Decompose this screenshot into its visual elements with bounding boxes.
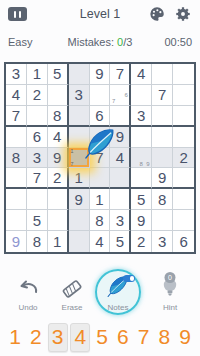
numpad-6[interactable]: 6 — [114, 324, 132, 351]
pencil-notes: 67 — [110, 85, 129, 105]
cell-r2c5[interactable] — [90, 85, 111, 106]
cell-r8c4[interactable] — [69, 210, 90, 231]
cell-r5c4[interactable]: 17 — [69, 148, 90, 169]
undo-icon — [15, 274, 41, 300]
numpad-5[interactable]: 5 — [93, 324, 111, 351]
cell-r5c6[interactable]: 4 — [110, 148, 131, 169]
numpad-9[interactable]: 9 — [176, 324, 194, 351]
cell-r5c7[interactable]: 89 — [131, 148, 152, 169]
cell-r7c1[interactable] — [6, 189, 27, 210]
cell-r6c4[interactable]: 1 — [69, 168, 90, 189]
notes-toggle-indicator — [123, 275, 135, 282]
cell-r6c8[interactable]: 9 — [152, 168, 173, 189]
cell-r4c6[interactable]: 9 — [110, 127, 131, 148]
cell-r7c2[interactable] — [27, 189, 48, 210]
status-row: Easy Mistakes: 0/3 00:50 — [0, 36, 200, 50]
cell-r2c8[interactable]: 7 — [152, 85, 173, 106]
cell-r2c6[interactable]: 67 — [110, 85, 131, 106]
cell-r2c4[interactable]: 3 — [69, 85, 90, 106]
cell-r2c3[interactable] — [48, 85, 69, 106]
cell-r3c4[interactable] — [69, 106, 90, 127]
cell-r5c9[interactable]: 2 — [173, 148, 194, 169]
cell-r7c6[interactable] — [110, 189, 131, 210]
cell-r6c7[interactable] — [131, 168, 152, 189]
pencil-notes: 89 — [131, 148, 151, 168]
pencil-notes: 17 — [69, 148, 89, 168]
numpad-1[interactable]: 1 — [6, 324, 24, 351]
cell-r9c4[interactable] — [69, 231, 90, 252]
cell-r8c6[interactable]: 3 — [110, 210, 131, 231]
cell-r9c5[interactable]: 4 — [90, 231, 111, 252]
numpad-4[interactable]: 4 — [70, 323, 90, 352]
cell-r9c6[interactable]: 5 — [110, 231, 131, 252]
cell-r8c8[interactable] — [152, 210, 173, 231]
header: Level 1 — [0, 4, 200, 28]
sudoku-board: 3159744236777863649839177489272199158583… — [4, 62, 196, 254]
erase-button[interactable]: Erase — [50, 272, 94, 312]
cell-r1c8[interactable] — [152, 64, 173, 85]
cell-r1c7[interactable]: 4 — [131, 64, 152, 85]
cell-r1c4[interactable] — [69, 64, 90, 85]
hint-button[interactable]: 0 Hint — [148, 272, 192, 312]
cell-r8c1[interactable] — [6, 210, 27, 231]
cell-r6c3[interactable]: 2 — [48, 168, 69, 189]
notes-button[interactable]: Notes — [96, 272, 140, 312]
page-title: Level 1 — [0, 7, 200, 21]
cell-r2c1[interactable]: 4 — [6, 85, 27, 106]
cell-r3c2[interactable] — [27, 106, 48, 127]
cell-r7c5[interactable]: 1 — [90, 189, 111, 210]
erase-label: Erase — [50, 303, 94, 312]
cell-r3c5[interactable]: 6 — [90, 106, 111, 127]
numpad-8[interactable]: 8 — [155, 324, 173, 351]
cell-r5c2[interactable]: 3 — [27, 148, 48, 169]
cell-r5c5[interactable]: 7 — [90, 148, 111, 169]
cell-r3c7[interactable]: 3 — [131, 106, 152, 127]
cell-r9c1[interactable]: 9 — [6, 231, 27, 252]
cell-r6c1[interactable] — [6, 168, 27, 189]
cell-r4c4[interactable] — [69, 127, 90, 148]
cell-r5c8[interactable] — [152, 148, 173, 169]
cell-r8c7[interactable]: 9 — [131, 210, 152, 231]
cell-r7c4[interactable]: 9 — [69, 189, 90, 210]
cell-r9c7[interactable]: 2 — [131, 231, 152, 252]
cell-r4c8[interactable] — [152, 127, 173, 148]
cell-r1c3[interactable]: 5 — [48, 64, 69, 85]
cell-r1c9[interactable] — [173, 64, 194, 85]
cell-r4c9[interactable] — [173, 127, 194, 148]
cell-r4c7[interactable] — [131, 127, 152, 148]
cell-r7c9[interactable] — [173, 189, 194, 210]
gear-icon[interactable] — [174, 5, 192, 23]
cell-r1c5[interactable]: 9 — [90, 64, 111, 85]
cell-r1c1[interactable]: 3 — [6, 64, 27, 85]
cell-r3c1[interactable]: 7 — [6, 106, 27, 127]
cell-r6c9[interactable] — [173, 168, 194, 189]
cell-r4c3[interactable]: 4 — [48, 127, 69, 148]
cell-r3c8[interactable] — [152, 106, 173, 127]
toolbar: Undo Erase Notes — [0, 272, 200, 320]
feather-icon — [105, 274, 131, 300]
cell-r7c8[interactable]: 8 — [152, 189, 173, 210]
cell-r8c3[interactable] — [48, 210, 69, 231]
timer: 00:50 — [164, 36, 192, 48]
eraser-icon — [59, 274, 85, 300]
undo-label: Undo — [6, 303, 50, 312]
cell-r7c3[interactable] — [48, 189, 69, 210]
hint-label: Hint — [148, 303, 192, 312]
cell-r1c2[interactable]: 1 — [27, 64, 48, 85]
cell-r2c9[interactable] — [173, 85, 194, 106]
cell-r8c9[interactable] — [173, 210, 194, 231]
cell-r1c6[interactable]: 7 — [110, 64, 131, 85]
cell-r4c2[interactable]: 6 — [27, 127, 48, 148]
number-pad: 123456789 — [0, 322, 200, 352]
numpad-2[interactable]: 2 — [27, 324, 45, 351]
numpad-7[interactable]: 7 — [135, 324, 153, 351]
cell-r6c6[interactable] — [110, 168, 131, 189]
hint-count-badge: 0 — [165, 272, 176, 283]
cell-r4c1[interactable] — [6, 127, 27, 148]
cell-r6c5[interactable] — [90, 168, 111, 189]
cell-r9c9[interactable]: 6 — [173, 231, 194, 252]
cell-r2c7[interactable] — [131, 85, 152, 106]
cell-r5c3[interactable]: 9 — [48, 148, 69, 169]
cell-r9c8[interactable]: 3 — [152, 231, 173, 252]
cell-r3c6[interactable] — [110, 106, 131, 127]
undo-button[interactable]: Undo — [6, 272, 50, 312]
palette-icon[interactable] — [148, 5, 166, 23]
numpad-3[interactable]: 3 — [48, 323, 68, 352]
cell-r9c2[interactable]: 8 — [27, 231, 48, 252]
cell-r5c1[interactable]: 8 — [6, 148, 27, 169]
cell-r6c2[interactable]: 7 — [27, 168, 48, 189]
cell-r7c7[interactable]: 5 — [131, 189, 152, 210]
cell-r9c3[interactable]: 1 — [48, 231, 69, 252]
cell-r8c5[interactable]: 8 — [90, 210, 111, 231]
cell-r3c3[interactable]: 8 — [48, 106, 69, 127]
notes-label: Notes — [96, 303, 140, 312]
cell-r8c2[interactable]: 5 — [27, 210, 48, 231]
cell-r2c2[interactable]: 2 — [27, 85, 48, 106]
bulb-icon: 0 — [157, 274, 183, 300]
cell-r3c9[interactable] — [173, 106, 194, 127]
cell-r4c5[interactable] — [90, 127, 111, 148]
